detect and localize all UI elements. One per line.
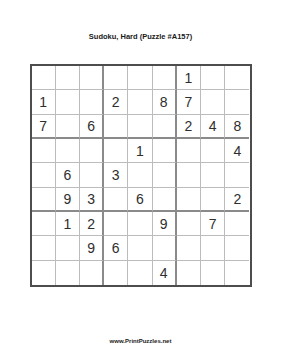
cell-r8c9: [225, 236, 249, 260]
cell-r5c1: [32, 163, 56, 187]
cell-r9c6: 4: [153, 261, 177, 285]
cell-r2c8: [201, 90, 225, 114]
cell-r9c4: [104, 261, 128, 285]
cell-r4c2: [56, 139, 80, 163]
cell-r5c2: 6: [56, 163, 80, 187]
cell-r2c2: [56, 90, 80, 114]
cell-r4c7: [177, 139, 201, 163]
cell-r4c6: [153, 139, 177, 163]
cell-r2c9: [225, 90, 249, 114]
cell-r4c5: 1: [128, 139, 152, 163]
cell-r3c3: 6: [80, 115, 104, 139]
cell-r3c1: 7: [32, 115, 56, 139]
cell-r9c2: [56, 261, 80, 285]
cell-r7c7: [177, 212, 201, 236]
cell-r3c7: 2: [177, 115, 201, 139]
cell-r9c7: [177, 261, 201, 285]
footer-url: www.PrintPuzzles.net: [0, 337, 281, 345]
cell-r7c4: [104, 212, 128, 236]
cell-r6c6: [153, 188, 177, 212]
cell-r5c3: [80, 163, 104, 187]
cell-r3c4: [104, 115, 128, 139]
cell-r2c5: [128, 90, 152, 114]
cell-r7c5: [128, 212, 152, 236]
cell-r3c9: 8: [225, 115, 249, 139]
cell-r1c8: [201, 66, 225, 90]
cell-r7c1: [32, 212, 56, 236]
cell-r1c1: [32, 66, 56, 90]
cell-r4c1: [32, 139, 56, 163]
cell-r4c3: [80, 139, 104, 163]
cell-r8c8: [201, 236, 225, 260]
printable-sudoku-page: Sudoku, Hard (Puzzle #A157) 112877624814…: [0, 0, 281, 363]
cell-r4c4: [104, 139, 128, 163]
cell-r8c5: [128, 236, 152, 260]
cell-r3c5: [128, 115, 152, 139]
cell-r2c7: 7: [177, 90, 201, 114]
cell-r7c8: 7: [201, 212, 225, 236]
cell-r2c3: [80, 90, 104, 114]
cell-r7c6: 9: [153, 212, 177, 236]
sudoku-board: 1128776248146393621297964: [30, 64, 252, 287]
cell-r4c9: 4: [225, 139, 249, 163]
cell-r6c4: [104, 188, 128, 212]
cell-r3c8: 4: [201, 115, 225, 139]
cell-r1c9: [225, 66, 249, 90]
cell-r5c4: 3: [104, 163, 128, 187]
cell-r8c6: [153, 236, 177, 260]
cell-r7c2: 1: [56, 212, 80, 236]
cell-r5c8: [201, 163, 225, 187]
cell-r1c6: [153, 66, 177, 90]
cell-r5c7: [177, 163, 201, 187]
cell-r1c3: [80, 66, 104, 90]
cell-r6c5: 6: [128, 188, 152, 212]
cell-r6c9: 2: [225, 188, 249, 212]
cell-r5c9: [225, 163, 249, 187]
cell-r9c1: [32, 261, 56, 285]
cell-r3c6: [153, 115, 177, 139]
cell-r1c5: [128, 66, 152, 90]
cell-r5c5: [128, 163, 152, 187]
cell-r6c7: [177, 188, 201, 212]
cell-r1c7: 1: [177, 66, 201, 90]
cell-r3c2: [56, 115, 80, 139]
cell-r8c4: 6: [104, 236, 128, 260]
cell-r8c3: 9: [80, 236, 104, 260]
cell-r9c5: [128, 261, 152, 285]
cell-r9c9: [225, 261, 249, 285]
cell-r2c6: 8: [153, 90, 177, 114]
cell-r9c8: [201, 261, 225, 285]
cell-r7c3: 2: [80, 212, 104, 236]
cell-r9c3: [80, 261, 104, 285]
cell-r6c1: [32, 188, 56, 212]
cell-r4c8: [201, 139, 225, 163]
cell-r8c7: [177, 236, 201, 260]
puzzle-title: Sudoku, Hard (Puzzle #A157): [0, 32, 281, 42]
cell-r5c6: [153, 163, 177, 187]
cell-r2c4: 2: [104, 90, 128, 114]
cell-r2c1: 1: [32, 90, 56, 114]
cell-r7c9: [225, 212, 249, 236]
cell-r6c3: 3: [80, 188, 104, 212]
cell-r8c1: [32, 236, 56, 260]
cell-r6c2: 9: [56, 188, 80, 212]
cell-r6c8: [201, 188, 225, 212]
cell-r1c4: [104, 66, 128, 90]
cell-r8c2: [56, 236, 80, 260]
cell-r1c2: [56, 66, 80, 90]
